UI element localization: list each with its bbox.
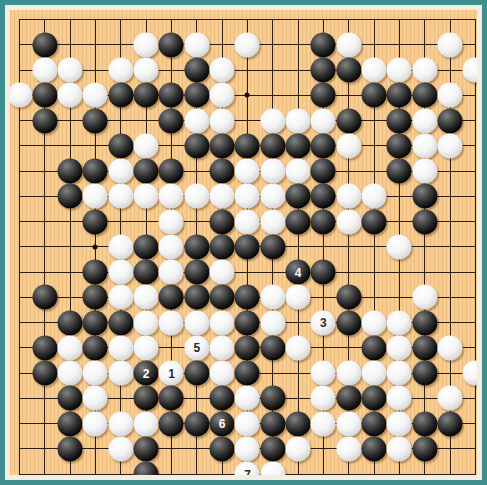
stone-black[interactable] (184, 133, 209, 158)
stone-black[interactable] (311, 133, 336, 158)
stone-black[interactable]: 4 (286, 260, 311, 285)
grid-line-vertical (298, 19, 299, 475)
stone-black[interactable] (58, 436, 83, 461)
stone-white[interactable] (362, 361, 387, 386)
board-frame: 4352167 (0, 0, 487, 485)
stone-white[interactable] (387, 436, 412, 461)
stone-white[interactable] (362, 310, 387, 335)
stone-white[interactable] (387, 386, 412, 411)
stone-black[interactable] (210, 234, 235, 259)
stone-white[interactable] (83, 184, 108, 209)
stone-white[interactable] (108, 159, 133, 184)
stone-black[interactable] (387, 108, 412, 133)
grid-line-vertical (475, 19, 476, 475)
stone-black[interactable] (83, 260, 108, 285)
stone-black[interactable] (210, 209, 235, 234)
stone-black[interactable] (412, 335, 437, 360)
stone-black[interactable] (387, 159, 412, 184)
stone-white[interactable] (58, 361, 83, 386)
stone-white[interactable] (108, 436, 133, 461)
stone-black[interactable] (311, 83, 336, 108)
stone-white[interactable] (311, 361, 336, 386)
stone-black[interactable] (32, 335, 57, 360)
stone-white[interactable] (210, 260, 235, 285)
stone-black[interactable] (210, 285, 235, 310)
stone-white[interactable] (210, 58, 235, 83)
stone-white[interactable] (134, 335, 159, 360)
stone-black[interactable] (210, 133, 235, 158)
move-number-label: 1 (168, 367, 175, 379)
stone-black[interactable] (134, 260, 159, 285)
stone-white[interactable] (184, 108, 209, 133)
stone-black[interactable] (184, 411, 209, 436)
star-point (245, 93, 250, 98)
stone-white[interactable] (412, 133, 437, 158)
stone-white[interactable] (134, 32, 159, 57)
stone-white[interactable]: 1 (159, 361, 184, 386)
stone-white[interactable] (108, 285, 133, 310)
stone-black[interactable] (311, 209, 336, 234)
stone-black[interactable] (83, 310, 108, 335)
stone-black[interactable] (336, 108, 361, 133)
stone-black[interactable] (311, 32, 336, 57)
stone-white[interactable]: 3 (311, 310, 336, 335)
stone-black[interactable] (134, 386, 159, 411)
move-number-label: 3 (320, 317, 327, 329)
stone-black[interactable] (362, 436, 387, 461)
stone-black[interactable] (235, 335, 260, 360)
stone-white[interactable] (108, 58, 133, 83)
stone-black[interactable] (184, 285, 209, 310)
stone-white[interactable] (235, 411, 260, 436)
stone-white[interactable] (311, 386, 336, 411)
stone-white[interactable] (260, 285, 285, 310)
stone-black[interactable] (286, 411, 311, 436)
stone-black[interactable] (235, 234, 260, 259)
stone-white[interactable] (134, 58, 159, 83)
stone-white[interactable] (235, 436, 260, 461)
stone-black[interactable] (235, 133, 260, 158)
stone-white[interactable] (159, 310, 184, 335)
stone-white[interactable] (286, 436, 311, 461)
stone-white[interactable] (184, 184, 209, 209)
stone-white[interactable] (159, 209, 184, 234)
star-point (93, 244, 98, 249)
stone-black[interactable]: 2 (134, 361, 159, 386)
stone-white[interactable] (311, 108, 336, 133)
stone-white[interactable] (235, 32, 260, 57)
stone-white[interactable] (336, 133, 361, 158)
stone-black[interactable] (58, 159, 83, 184)
stone-black[interactable] (159, 108, 184, 133)
stone-black[interactable] (260, 234, 285, 259)
stone-black[interactable] (184, 83, 209, 108)
stone-black[interactable] (159, 83, 184, 108)
stone-white[interactable] (438, 32, 463, 57)
stone-white[interactable] (108, 411, 133, 436)
stone-black[interactable] (134, 83, 159, 108)
stone-black[interactable] (235, 285, 260, 310)
stone-white[interactable] (260, 209, 285, 234)
stone-white[interactable] (134, 285, 159, 310)
stone-white[interactable] (438, 386, 463, 411)
stone-white[interactable] (387, 234, 412, 259)
stone-white[interactable] (159, 234, 184, 259)
stone-black[interactable] (32, 108, 57, 133)
stone-white[interactable] (412, 58, 437, 83)
stone-white[interactable] (362, 58, 387, 83)
stone-white[interactable] (336, 32, 361, 57)
stone-black[interactable] (387, 83, 412, 108)
stone-white[interactable] (83, 361, 108, 386)
stone-black[interactable] (32, 83, 57, 108)
stone-black[interactable] (438, 108, 463, 133)
stone-black[interactable] (260, 335, 285, 360)
stone-black[interactable] (362, 386, 387, 411)
stone-black[interactable] (108, 133, 133, 158)
stone-black[interactable] (412, 209, 437, 234)
stone-black[interactable] (184, 58, 209, 83)
stone-black[interactable] (58, 411, 83, 436)
stone-black[interactable] (362, 411, 387, 436)
stone-white[interactable] (260, 108, 285, 133)
stone-black[interactable] (108, 310, 133, 335)
stone-black[interactable] (412, 361, 437, 386)
stone-black[interactable] (362, 83, 387, 108)
stone-black[interactable] (260, 411, 285, 436)
stone-white[interactable] (108, 260, 133, 285)
stone-black[interactable] (362, 209, 387, 234)
stone-white[interactable] (210, 108, 235, 133)
stone-black[interactable] (210, 386, 235, 411)
stone-black[interactable] (108, 83, 133, 108)
stone-black[interactable] (260, 386, 285, 411)
stone-white[interactable] (108, 184, 133, 209)
stone-black[interactable] (412, 436, 437, 461)
stone-black[interactable] (336, 58, 361, 83)
stone-black[interactable] (184, 260, 209, 285)
stone-white[interactable] (108, 234, 133, 259)
stone-black[interactable] (210, 436, 235, 461)
stone-black[interactable] (210, 159, 235, 184)
stone-white[interactable] (260, 310, 285, 335)
stone-black[interactable] (235, 310, 260, 335)
stone-white[interactable] (260, 184, 285, 209)
move-number-label: 7 (244, 468, 251, 475)
stone-black[interactable] (260, 436, 285, 461)
stone-black[interactable] (412, 411, 437, 436)
stone-black[interactable] (336, 386, 361, 411)
stone-black[interactable] (159, 285, 184, 310)
stone-white[interactable] (134, 133, 159, 158)
stone-black[interactable] (184, 361, 209, 386)
stone-black[interactable] (336, 310, 361, 335)
stone-black[interactable] (438, 411, 463, 436)
stone-black[interactable] (83, 209, 108, 234)
stone-white[interactable] (336, 411, 361, 436)
stone-black[interactable] (83, 335, 108, 360)
stone-white[interactable] (210, 83, 235, 108)
stone-white[interactable] (286, 285, 311, 310)
stone-white[interactable] (58, 83, 83, 108)
stone-black[interactable] (336, 285, 361, 310)
stone-white[interactable] (438, 83, 463, 108)
stone-white[interactable] (83, 411, 108, 436)
stone-white[interactable] (108, 335, 133, 360)
stone-black[interactable] (58, 310, 83, 335)
stone-white[interactable] (438, 133, 463, 158)
stone-white[interactable] (159, 184, 184, 209)
move-number-label: 4 (295, 266, 302, 278)
stone-black[interactable] (83, 108, 108, 133)
stone-white[interactable] (83, 83, 108, 108)
stone-white[interactable] (58, 335, 83, 360)
stone-black[interactable] (412, 184, 437, 209)
stone-white[interactable] (387, 361, 412, 386)
stone-black[interactable] (134, 436, 159, 461)
stone-white[interactable] (438, 335, 463, 360)
stone-black[interactable] (32, 285, 57, 310)
stone-white[interactable] (286, 159, 311, 184)
stone-white[interactable] (260, 159, 285, 184)
stone-white[interactable] (412, 285, 437, 310)
stone-white[interactable] (32, 58, 57, 83)
move-number-label: 2 (143, 367, 150, 379)
stone-white[interactable] (134, 411, 159, 436)
move-number-label: 6 (219, 418, 226, 430)
stone-black[interactable] (184, 234, 209, 259)
stone-black[interactable] (58, 184, 83, 209)
stone-black[interactable] (134, 234, 159, 259)
stone-white[interactable] (184, 310, 209, 335)
stone-black[interactable] (311, 159, 336, 184)
stone-black[interactable] (412, 310, 437, 335)
stone-black[interactable] (286, 133, 311, 158)
stone-black[interactable] (58, 386, 83, 411)
stone-black[interactable] (311, 58, 336, 83)
stone-white[interactable] (336, 436, 361, 461)
stone-white[interactable] (286, 108, 311, 133)
stone-black[interactable] (311, 184, 336, 209)
stone-white[interactable] (387, 58, 412, 83)
stone-white[interactable] (387, 310, 412, 335)
stone-black[interactable] (286, 209, 311, 234)
stone-white[interactable] (210, 335, 235, 360)
stone-white[interactable] (311, 411, 336, 436)
stone-white[interactable] (412, 159, 437, 184)
stone-black[interactable] (159, 32, 184, 57)
move-number-label: 5 (193, 342, 200, 354)
stone-white[interactable] (134, 184, 159, 209)
stone-white[interactable] (336, 361, 361, 386)
stone-white[interactable] (336, 184, 361, 209)
go-app-window: 4352167 (0, 0, 487, 485)
stone-white[interactable] (235, 184, 260, 209)
stone-white[interactable] (336, 209, 361, 234)
stone-white[interactable] (387, 411, 412, 436)
stone-white[interactable] (58, 58, 83, 83)
stone-white[interactable] (184, 32, 209, 57)
stone-white[interactable] (83, 386, 108, 411)
stone-black[interactable] (159, 386, 184, 411)
stone-black[interactable]: 6 (210, 411, 235, 436)
stone-white[interactable] (210, 310, 235, 335)
stone-white[interactable] (235, 386, 260, 411)
goban[interactable]: 4352167 (10, 10, 477, 475)
stone-black[interactable] (286, 184, 311, 209)
stone-white[interactable] (412, 108, 437, 133)
stone-white[interactable] (235, 159, 260, 184)
stone-white[interactable] (235, 209, 260, 234)
stone-white[interactable] (134, 310, 159, 335)
stone-black[interactable] (362, 335, 387, 360)
stone-black[interactable] (134, 159, 159, 184)
stone-black[interactable] (235, 361, 260, 386)
stone-black[interactable] (83, 285, 108, 310)
stone-black[interactable] (32, 361, 57, 386)
stone-black[interactable] (159, 411, 184, 436)
stone-white[interactable] (387, 335, 412, 360)
stone-white[interactable] (210, 184, 235, 209)
stone-black[interactable] (412, 83, 437, 108)
stone-black[interactable] (83, 159, 108, 184)
stone-white[interactable] (159, 260, 184, 285)
stone-white[interactable] (210, 361, 235, 386)
stone-black[interactable] (311, 260, 336, 285)
stone-black[interactable] (387, 133, 412, 158)
stone-white[interactable] (362, 184, 387, 209)
stone-white[interactable]: 5 (184, 335, 209, 360)
stone-white[interactable] (108, 361, 133, 386)
stone-black[interactable] (260, 133, 285, 158)
stone-black[interactable] (159, 159, 184, 184)
stone-white[interactable] (286, 335, 311, 360)
stone-black[interactable] (32, 32, 57, 57)
